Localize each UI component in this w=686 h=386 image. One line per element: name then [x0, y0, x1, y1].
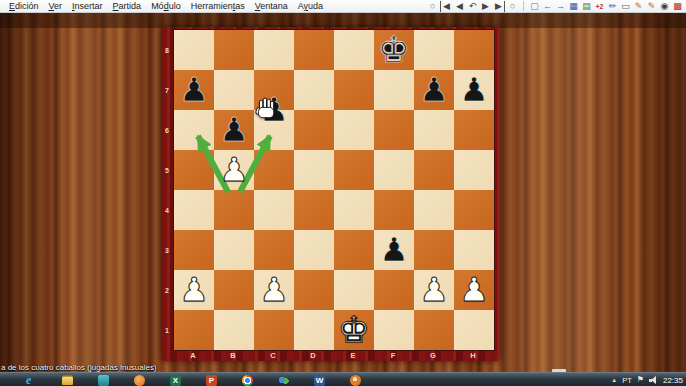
last-move-icon[interactable]: ▶ — [493, 1, 505, 12]
menu-ver[interactable]: Ver — [44, 0, 68, 12]
media-app-icon[interactable] — [98, 375, 109, 386]
video-caption: a de los cuatro caballos (jugadas inusua… — [1, 363, 157, 372]
square-e5[interactable] — [334, 150, 374, 190]
white-king-e1[interactable]: ♚ — [334, 310, 374, 350]
black-king-f8[interactable]: ♚ — [374, 30, 414, 70]
square-d1[interactable] — [294, 310, 334, 350]
square-g1[interactable] — [414, 310, 454, 350]
square-f5[interactable] — [374, 150, 414, 190]
file-labels: ABCDEFGH — [173, 350, 493, 361]
black-pawn-h7[interactable]: ♟ — [454, 70, 494, 110]
rank-label-1: 1 — [161, 310, 173, 350]
square-d3[interactable] — [294, 230, 334, 270]
rank-label-5: 5 — [161, 150, 173, 190]
square-d6[interactable] — [294, 110, 334, 150]
word-icon[interactable]: W — [314, 375, 325, 386]
hand-cursor-icon — [253, 96, 279, 122]
menu-ayuda[interactable]: Ayuda — [293, 0, 328, 12]
square-h1[interactable] — [454, 310, 494, 350]
square-c5[interactable] — [254, 150, 294, 190]
menu-modulo[interactable]: Módulo — [146, 0, 186, 12]
black-pawn-a7[interactable]: ♟ — [174, 70, 214, 110]
chess-board-frame: 87654321 ABCDEFGH ♚♟♟♟♟♟♟♟♟♟♟♟♚ — [161, 27, 500, 361]
square-d5[interactable] — [294, 150, 334, 190]
square-d4[interactable] — [294, 190, 334, 230]
volume-icon[interactable] — [649, 376, 658, 385]
square-a1[interactable] — [174, 310, 214, 350]
square-b2[interactable] — [214, 270, 254, 310]
excel-icon[interactable]: X — [170, 375, 181, 386]
internet-explorer-icon[interactable]: e — [26, 375, 37, 386]
rank-label-4: 4 — [161, 190, 173, 230]
record-circle-icon[interactable]: ○ — [427, 1, 438, 12]
media-player-icon[interactable] — [350, 375, 361, 386]
white-pawn-a2[interactable]: ♟ — [174, 270, 214, 310]
black-pawn-g7[interactable]: ♟ — [414, 70, 454, 110]
square-a6[interactable] — [174, 110, 214, 150]
copy-position-icon[interactable]: ▤ — [581, 1, 592, 12]
white-pawn-g2[interactable]: ♟ — [414, 270, 454, 310]
square-a4[interactable] — [174, 190, 214, 230]
white-pawn-c2[interactable]: ♟ — [254, 270, 294, 310]
file-label-g: G — [413, 350, 453, 361]
engine-circle-icon[interactable]: ○ — [507, 1, 518, 12]
system-tray: ▲ PT ⚑ 22:35 — [611, 373, 683, 386]
file-label-h: H — [453, 350, 493, 361]
white-pawn-b5[interactable]: ♟ — [214, 150, 254, 190]
square-c4[interactable] — [254, 190, 294, 230]
square-e2[interactable] — [334, 270, 374, 310]
square-b7[interactable] — [214, 70, 254, 110]
chrome-icon[interactable] — [242, 375, 253, 386]
square-h8[interactable] — [454, 30, 494, 70]
square-d7[interactable] — [294, 70, 334, 110]
square-c3[interactable] — [254, 230, 294, 270]
square-b3[interactable] — [214, 230, 254, 270]
square-c8[interactable] — [254, 30, 294, 70]
wand-icon[interactable]: ✏ — [607, 1, 618, 12]
square-a5[interactable] — [174, 150, 214, 190]
rank-label-3: 3 — [161, 230, 173, 270]
square-d8[interactable] — [294, 30, 334, 70]
square-h3[interactable] — [454, 230, 494, 270]
menu-herramientas[interactable]: Herramientas — [186, 0, 250, 12]
taskbar-items: eXPW — [0, 373, 686, 386]
square-d2[interactable] — [294, 270, 334, 310]
menu-insertar[interactable]: Insertar — [67, 0, 108, 12]
new-document-icon[interactable]: ▢ — [529, 1, 540, 12]
square-f1[interactable] — [374, 310, 414, 350]
file-label-b: B — [213, 350, 253, 361]
square-b8[interactable] — [214, 30, 254, 70]
taskbar: eXPW ▲ PT ⚑ 22:35 — [0, 372, 686, 386]
folder-icon[interactable] — [62, 377, 73, 385]
square-e4[interactable] — [334, 190, 374, 230]
square-e6[interactable] — [334, 110, 374, 150]
square-e3[interactable] — [334, 230, 374, 270]
menu-toolbar-strip: EdiciónVerInsertarPartidaMóduloHerramien… — [0, 0, 686, 13]
arrow-left-icon[interactable]: ← — [542, 1, 553, 12]
file-label-d: D — [293, 350, 333, 361]
show-hidden-icons-icon[interactable]: ▲ — [611, 377, 617, 383]
desktop-top-shadow — [0, 13, 686, 28]
square-g6[interactable] — [414, 110, 454, 150]
undo-icon[interactable]: ↶ — [467, 1, 478, 12]
square-h4[interactable] — [454, 190, 494, 230]
square-f4[interactable] — [374, 190, 414, 230]
menu-ventana[interactable]: Ventana — [250, 0, 293, 12]
square-g3[interactable] — [414, 230, 454, 270]
pen-icon[interactable]: ✎ — [633, 1, 644, 12]
pen2-icon[interactable]: ✎ — [646, 1, 657, 12]
language-indicator[interactable]: PT — [622, 376, 632, 385]
square-g8[interactable] — [414, 30, 454, 70]
square-g5[interactable] — [414, 150, 454, 190]
square-f2[interactable] — [374, 270, 414, 310]
arrow-right-icon[interactable]: → — [555, 1, 566, 12]
white-pawn-h2[interactable]: ♟ — [454, 270, 494, 310]
square-f6[interactable] — [374, 110, 414, 150]
powerpoint-icon[interactable]: P — [206, 375, 217, 386]
flag-icon[interactable]: ⚑ — [637, 376, 644, 384]
file-label-f: F — [373, 350, 413, 361]
toolbar-separator — [523, 1, 524, 11]
rank-label-2: 2 — [161, 270, 173, 310]
square-f7[interactable] — [374, 70, 414, 110]
rank-labels: 87654321 — [161, 30, 173, 350]
save-icon[interactable]: ▦ — [568, 1, 579, 12]
file-label-a: A — [173, 350, 213, 361]
taskbar-clock[interactable]: 22:35 — [663, 376, 683, 385]
plus-two-icon[interactable]: +2 — [594, 3, 605, 10]
form-icon[interactable]: ▭ — [620, 1, 631, 12]
black-pawn-f3[interactable]: ♟ — [374, 230, 414, 270]
rank-label-8: 8 — [161, 30, 173, 70]
menu-items: EdiciónVerInsertarPartidaMóduloHerramien… — [0, 0, 328, 12]
orange-app-icon[interactable] — [134, 375, 145, 386]
file-label-c: C — [253, 350, 293, 361]
back-icon[interactable]: ◀ — [454, 1, 465, 12]
file-label-e: E — [333, 350, 373, 361]
square-e7[interactable] — [334, 70, 374, 110]
camera-icon[interactable]: ◉ — [659, 1, 670, 12]
black-pawn-b6[interactable]: ♟ — [214, 110, 254, 150]
toolbar-icons: ○◀◀↶▶▶○▢←→▦▤+2✏▭✎✎◉▩ — [426, 1, 686, 12]
square-e8[interactable] — [334, 30, 374, 70]
menu-edicion[interactable]: Edición — [4, 0, 44, 12]
square-h5[interactable] — [454, 150, 494, 190]
square-c1[interactable] — [254, 310, 294, 350]
messenger-icon[interactable] — [278, 375, 289, 386]
forward-icon[interactable]: ▶ — [480, 1, 491, 12]
first-move-icon[interactable]: ◀ — [440, 1, 452, 12]
rank-label-7: 7 — [161, 70, 173, 110]
square-h6[interactable] — [454, 110, 494, 150]
board-setup-icon[interactable]: ▩ — [672, 1, 683, 12]
menu-partida[interactable]: Partida — [108, 0, 147, 12]
square-g4[interactable] — [414, 190, 454, 230]
square-b1[interactable] — [214, 310, 254, 350]
square-b4[interactable] — [214, 190, 254, 230]
rank-label-6: 6 — [161, 110, 173, 150]
square-a3[interactable] — [174, 230, 214, 270]
square-a8[interactable] — [174, 30, 214, 70]
